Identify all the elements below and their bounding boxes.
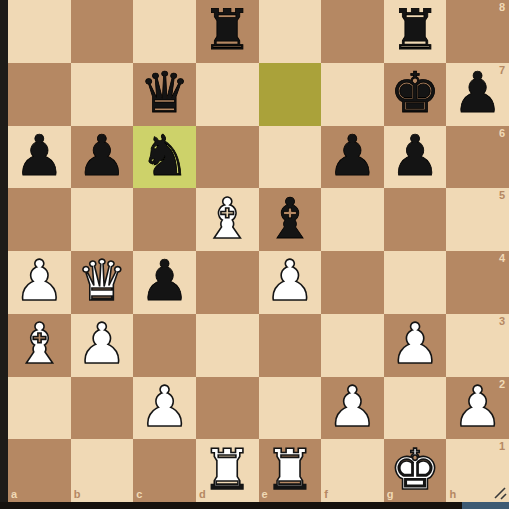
piece-white-pawn-a4[interactable]: ♟ <box>8 250 71 313</box>
square-e1[interactable]: e♜ <box>259 439 322 502</box>
square-e3[interactable] <box>259 314 322 377</box>
square-a5[interactable] <box>8 188 71 251</box>
square-b2[interactable] <box>71 377 134 440</box>
piece-black-rook-d8[interactable]: ♜ <box>196 0 259 62</box>
square-h3[interactable]: 3 <box>446 314 509 377</box>
piece-black-pawn-b6[interactable]: ♟ <box>71 125 134 188</box>
square-d5[interactable]: ♝ <box>196 188 259 251</box>
square-c1[interactable]: c <box>133 439 196 502</box>
piece-white-pawn-h2[interactable]: ♟ <box>446 376 509 439</box>
square-g8[interactable]: ♜ <box>384 0 447 63</box>
square-d2[interactable] <box>196 377 259 440</box>
square-g7[interactable]: ♚ <box>384 63 447 126</box>
file-label-h: h <box>449 489 456 500</box>
square-e2[interactable] <box>259 377 322 440</box>
square-h2[interactable]: 2♟ <box>446 377 509 440</box>
bottom-bar <box>0 502 509 509</box>
square-h1[interactable]: h1 <box>446 439 509 502</box>
square-e4[interactable]: ♟ <box>259 251 322 314</box>
file-label-c: c <box>136 489 142 500</box>
square-e6[interactable] <box>259 126 322 189</box>
piece-black-knight-c6[interactable]: ♞ <box>133 125 196 188</box>
board-resize-handle-icon[interactable] <box>493 486 507 500</box>
square-b3[interactable]: ♟ <box>71 314 134 377</box>
rank-label-5: 5 <box>499 190 505 201</box>
square-b6[interactable]: ♟ <box>71 126 134 189</box>
square-f4[interactable] <box>321 251 384 314</box>
square-a1[interactable]: a <box>8 439 71 502</box>
piece-white-pawn-f2[interactable]: ♟ <box>321 376 384 439</box>
square-e7[interactable] <box>259 63 322 126</box>
piece-white-pawn-b3[interactable]: ♟ <box>71 313 134 376</box>
square-d4[interactable] <box>196 251 259 314</box>
piece-white-rook-d1[interactable]: ♜ <box>196 438 259 501</box>
square-g6[interactable]: ♟ <box>384 126 447 189</box>
piece-white-pawn-c2[interactable]: ♟ <box>133 376 196 439</box>
piece-black-rook-g8[interactable]: ♜ <box>384 0 447 62</box>
chess-board[interactable]: ♜♜8♛♚7♟♟♟♞♟♟6♝♝5♟♛♟♟4♝♟♟3♟♟2♟abcd♜e♜fg♚h… <box>8 0 509 502</box>
file-label-b: b <box>74 489 81 500</box>
square-b5[interactable] <box>71 188 134 251</box>
square-d1[interactable]: d♜ <box>196 439 259 502</box>
square-f6[interactable]: ♟ <box>321 126 384 189</box>
square-d6[interactable] <box>196 126 259 189</box>
square-e8[interactable] <box>259 0 322 63</box>
square-a8[interactable] <box>8 0 71 63</box>
square-f5[interactable] <box>321 188 384 251</box>
rank-label-4: 4 <box>499 253 505 264</box>
square-d3[interactable] <box>196 314 259 377</box>
piece-black-king-g7[interactable]: ♚ <box>384 62 447 125</box>
square-c8[interactable] <box>133 0 196 63</box>
square-a2[interactable] <box>8 377 71 440</box>
square-f1[interactable]: f <box>321 439 384 502</box>
rank-label-3: 3 <box>499 316 505 327</box>
square-g4[interactable] <box>384 251 447 314</box>
square-h6[interactable]: 6 <box>446 126 509 189</box>
square-f7[interactable] <box>321 63 384 126</box>
square-b4[interactable]: ♛ <box>71 251 134 314</box>
rank-label-6: 6 <box>499 128 505 139</box>
piece-white-pawn-g3[interactable]: ♟ <box>384 313 447 376</box>
rank-label-1: 1 <box>499 441 505 452</box>
square-a6[interactable]: ♟ <box>8 126 71 189</box>
square-a3[interactable]: ♝ <box>8 314 71 377</box>
square-f8[interactable] <box>321 0 384 63</box>
piece-white-pawn-e4[interactable]: ♟ <box>259 250 322 313</box>
square-g3[interactable]: ♟ <box>384 314 447 377</box>
square-c3[interactable] <box>133 314 196 377</box>
piece-white-bishop-a3[interactable]: ♝ <box>8 313 71 376</box>
piece-black-bishop-e5[interactable]: ♝ <box>259 187 322 250</box>
piece-black-queen-c7[interactable]: ♛ <box>133 62 196 125</box>
square-a4[interactable]: ♟ <box>8 251 71 314</box>
square-d8[interactable]: ♜ <box>196 0 259 63</box>
square-f2[interactable]: ♟ <box>321 377 384 440</box>
square-f3[interactable] <box>321 314 384 377</box>
square-d7[interactable] <box>196 63 259 126</box>
file-label-f: f <box>324 489 328 500</box>
square-c7[interactable]: ♛ <box>133 63 196 126</box>
piece-black-pawn-a6[interactable]: ♟ <box>8 125 71 188</box>
rank-label-8: 8 <box>499 2 505 13</box>
piece-black-pawn-c4[interactable]: ♟ <box>133 250 196 313</box>
square-h4[interactable]: 4 <box>446 251 509 314</box>
square-c5[interactable] <box>133 188 196 251</box>
square-b1[interactable]: b <box>71 439 134 502</box>
square-a7[interactable] <box>8 63 71 126</box>
page: ♜♜8♛♚7♟♟♟♞♟♟6♝♝5♟♛♟♟4♝♟♟3♟♟2♟abcd♜e♜fg♚h… <box>0 0 509 509</box>
square-h5[interactable]: 5 <box>446 188 509 251</box>
square-b8[interactable] <box>71 0 134 63</box>
piece-white-king-g1[interactable]: ♚ <box>384 438 447 501</box>
square-h8[interactable]: 8 <box>446 0 509 63</box>
file-label-a: a <box>11 489 17 500</box>
square-h7[interactable]: 7♟ <box>446 63 509 126</box>
square-c2[interactable]: ♟ <box>133 377 196 440</box>
piece-white-bishop-d5[interactable]: ♝ <box>196 187 259 250</box>
bottom-bar-accent <box>462 502 509 509</box>
square-g1[interactable]: g♚ <box>384 439 447 502</box>
piece-white-queen-b4[interactable]: ♛ <box>71 250 134 313</box>
piece-black-pawn-h7[interactable]: ♟ <box>446 62 509 125</box>
square-b7[interactable] <box>71 63 134 126</box>
piece-black-pawn-f6[interactable]: ♟ <box>321 125 384 188</box>
piece-white-rook-e1[interactable]: ♜ <box>259 438 322 501</box>
left-edge-strip <box>0 0 8 502</box>
square-c4[interactable]: ♟ <box>133 251 196 314</box>
square-g5[interactable] <box>384 188 447 251</box>
square-c6[interactable]: ♞ <box>133 126 196 189</box>
piece-black-pawn-g6[interactable]: ♟ <box>384 125 447 188</box>
square-g2[interactable] <box>384 377 447 440</box>
square-e5[interactable]: ♝ <box>259 188 322 251</box>
